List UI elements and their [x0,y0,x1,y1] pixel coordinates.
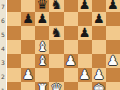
square-d3[interactable] [49,54,63,68]
square-a2[interactable] [7,68,21,82]
square-d2[interactable] [49,68,63,82]
square-c3[interactable]: ♝ [35,54,49,68]
square-f7[interactable]: ♟ [78,0,92,12]
piece-bp-f7[interactable]: ♟ [79,0,91,12]
square-e7[interactable] [64,0,78,12]
piece-bp-h7[interactable]: ♟ [107,0,119,12]
chess-board-screenshot: 7654321 ♛♞♟♟♟♟♟♞♟♝♝♟♟♟♟♟♜♛♚ [0,0,120,90]
square-f2[interactable]: ♟ [78,68,92,82]
square-f1[interactable] [78,82,92,90]
square-e5[interactable] [64,26,78,40]
square-d7[interactable]: ♞ [49,0,63,12]
rank-label-2: 2 [0,74,6,80]
piece-wp-g2[interactable]: ♟ [93,68,105,82]
piece-bp-c6[interactable]: ♟ [36,12,48,26]
square-c1[interactable]: ♜ [35,82,49,90]
square-a5[interactable] [7,26,21,40]
piece-bn-d5[interactable]: ♞ [51,26,63,40]
square-a3[interactable] [7,54,21,68]
square-h2[interactable] [106,68,120,82]
square-e1[interactable] [64,82,78,90]
piece-wk-g1[interactable]: ♚ [93,82,105,90]
square-d5[interactable]: ♞ [49,26,63,40]
square-h7[interactable]: ♟ [106,0,120,12]
square-h1[interactable] [106,82,120,90]
chessboard[interactable]: ♛♞♟♟♟♟♟♞♟♝♝♟♟♟♟♟♜♛♚ [7,0,120,90]
piece-wb-c4[interactable]: ♝ [36,40,48,54]
rank-label-3: 3 [0,60,6,66]
square-g6[interactable]: ♟ [92,12,106,26]
square-g4[interactable] [92,40,106,54]
square-b5[interactable] [21,26,35,40]
square-c2[interactable] [35,68,49,82]
piece-wp-h3[interactable]: ♟ [107,54,119,68]
square-b4[interactable] [21,40,35,54]
square-g2[interactable]: ♟ [92,68,106,82]
piece-bp-b6[interactable]: ♟ [22,12,34,26]
square-c4[interactable]: ♝ [35,40,49,54]
square-e4[interactable] [64,40,78,54]
piece-bp-g6[interactable]: ♟ [93,12,105,26]
rank-label-1: 1 [0,88,6,90]
square-e3[interactable]: ♟ [64,54,78,68]
square-e6[interactable] [64,12,78,26]
square-f6[interactable] [78,12,92,26]
square-h5[interactable] [106,26,120,40]
rank-label-4: 4 [0,46,6,52]
square-h4[interactable] [106,40,120,54]
square-b1[interactable] [21,82,35,90]
square-d6[interactable] [49,12,63,26]
square-a6[interactable] [7,12,21,26]
rank-label-6: 6 [0,18,6,24]
square-f5[interactable]: ♟ [78,26,92,40]
rank-label-5: 5 [0,32,6,38]
square-g3[interactable] [92,54,106,68]
square-c6[interactable]: ♟ [35,12,49,26]
rank-label-strip: 7654321 [0,0,7,90]
piece-bp-f5[interactable]: ♟ [79,26,91,40]
square-c5[interactable] [35,26,49,40]
square-d1[interactable]: ♛ [49,82,63,90]
piece-wq-d1[interactable]: ♛ [51,82,63,90]
square-g1[interactable]: ♚ [92,82,106,90]
square-a1[interactable] [7,82,21,90]
piece-wr-c1[interactable]: ♜ [36,82,48,90]
square-b6[interactable]: ♟ [21,12,35,26]
square-b3[interactable] [21,54,35,68]
piece-bn-d7[interactable]: ♞ [51,0,63,12]
square-f3[interactable] [78,54,92,68]
square-a4[interactable] [7,40,21,54]
square-a7[interactable] [7,0,21,12]
square-h6[interactable] [106,12,120,26]
rank-label-7: 7 [0,4,6,10]
piece-wp-e3[interactable]: ♟ [65,54,77,68]
piece-wp-b2[interactable]: ♟ [22,68,34,82]
piece-wp-f2[interactable]: ♟ [79,68,91,82]
square-f4[interactable] [78,40,92,54]
piece-wb-c3[interactable]: ♝ [36,54,48,68]
square-e2[interactable] [64,68,78,82]
square-h3[interactable]: ♟ [106,54,120,68]
square-b2[interactable]: ♟ [21,68,35,82]
square-d4[interactable] [49,40,63,54]
square-g5[interactable] [92,26,106,40]
